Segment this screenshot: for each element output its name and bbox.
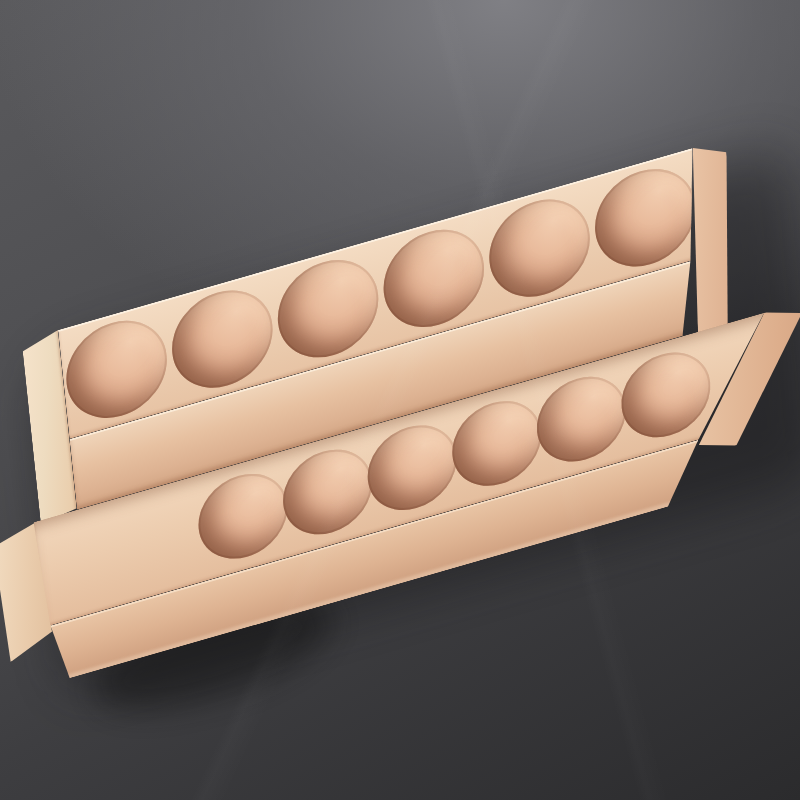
pit-b6[interactable] [590, 157, 700, 279]
product-photo-scene [0, 0, 800, 800]
pit-a6[interactable] [617, 342, 714, 448]
pit-b1[interactable] [62, 309, 172, 431]
pit-b2[interactable] [167, 278, 277, 400]
pit-a1[interactable] [194, 463, 291, 569]
pit-b3[interactable] [273, 248, 383, 370]
pit-a4[interactable] [448, 390, 545, 496]
pit-a2[interactable] [279, 439, 376, 545]
pit-b5[interactable] [485, 187, 595, 309]
mancala-board [58, 121, 800, 679]
pit-b4[interactable] [379, 218, 489, 340]
pit-a3[interactable] [364, 415, 461, 521]
pit-a5[interactable] [533, 366, 630, 472]
